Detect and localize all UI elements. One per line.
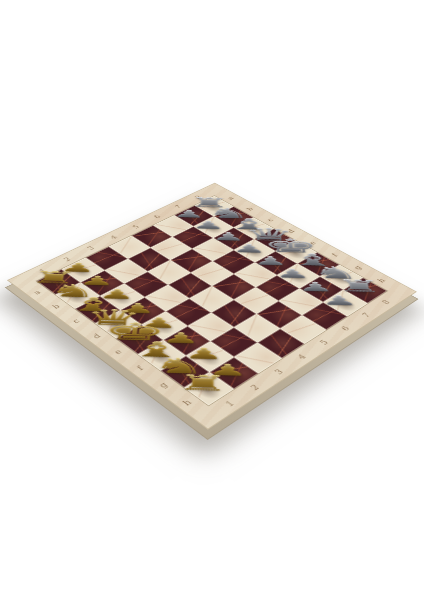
file-label-a-far: a [226, 196, 235, 201]
file-label-f-far: f [330, 252, 339, 257]
rank-label-8-left: 8 [194, 195, 203, 200]
chess-board: aa88bb77cc66dd55ee44ff33gg22hh11 ♜♞♝♛♚♝♞… [7, 183, 417, 430]
rank-label-4-right: 4 [296, 353, 308, 360]
rank-label-2-right: 2 [249, 383, 261, 391]
rank-label-2-left: 2 [62, 256, 72, 262]
file-label-h-near: h [181, 398, 193, 406]
file-label-c-far: c [266, 217, 275, 222]
file-label-g-far: g [353, 264, 363, 270]
file-label-c-near: c [71, 317, 81, 323]
file-label-d-far: d [286, 228, 296, 233]
rank-label-3-left: 3 [86, 245, 96, 251]
file-label-e-near: e [113, 348, 124, 355]
file-label-d-near: d [91, 332, 102, 339]
file-label-a-near: a [32, 289, 42, 295]
board-frame: aa88bb77cc66dd55ee44ff33gg22hh11 ♜♞♝♛♚♝♞… [7, 183, 417, 430]
rank-label-5-left: 5 [131, 224, 140, 229]
file-label-f-near: f [136, 364, 145, 370]
rank-label-3-right: 3 [273, 368, 285, 376]
rank-label-1-right: 1 [224, 399, 236, 407]
rank-label-7-right: 7 [361, 311, 372, 318]
file-label-e-far: e [308, 240, 318, 245]
file-label-b-far: b [245, 206, 254, 211]
rank-label-6-right: 6 [340, 325, 351, 332]
rank-label-6-left: 6 [153, 214, 162, 219]
rank-label-7-left: 7 [174, 204, 183, 209]
file-label-h-far: h [376, 277, 387, 283]
rank-label-8-right: 8 [381, 299, 392, 305]
rank-label-4-left: 4 [109, 234, 119, 239]
rank-label-1-left: 1 [38, 268, 48, 274]
scene: aa88bb77cc66dd55ee44ff33gg22hh11 ♜♞♝♛♚♝♞… [0, 0, 424, 600]
product-photo: aa88bb77cc66dd55ee44ff33gg22hh11 ♜♞♝♛♚♝♞… [0, 0, 424, 600]
file-label-b-near: b [51, 303, 61, 310]
rank-label-5-right: 5 [318, 338, 329, 345]
file-label-g-near: g [158, 381, 170, 389]
